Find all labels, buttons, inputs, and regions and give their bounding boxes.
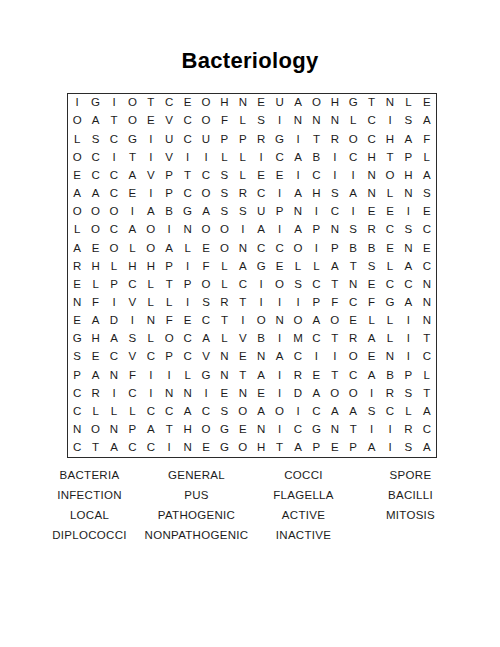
grid-cell: I <box>105 148 123 166</box>
grid-cell: A <box>289 185 307 203</box>
grid-cell: A <box>326 257 344 275</box>
grid-cell: N <box>105 366 123 384</box>
grid-cell: N <box>68 294 86 312</box>
grid-cell: P <box>160 348 178 366</box>
grid-cell: N <box>234 239 252 257</box>
grid-cell: A <box>197 330 215 348</box>
grid-cell: I <box>362 384 380 402</box>
grid-cell: I <box>178 148 196 166</box>
grid-cell: I <box>381 421 399 439</box>
grid-cell: I <box>270 112 288 130</box>
grid-cell: F <box>123 366 141 384</box>
grid-cell: N <box>178 221 196 239</box>
grid-cell: C <box>362 130 380 148</box>
grid-cell: L <box>215 257 233 275</box>
grid-cell: O <box>344 130 362 148</box>
grid-cell: N <box>362 185 380 203</box>
grid-cell: O <box>123 94 141 112</box>
grid-cell: I <box>252 275 270 293</box>
grid-cell: I <box>289 167 307 185</box>
grid-cell: O <box>86 221 104 239</box>
grid-cell: I <box>142 384 160 402</box>
grid-cell: R <box>68 257 86 275</box>
grid-cell: R <box>215 294 233 312</box>
grid-cell: C <box>418 257 436 275</box>
grid-cell: E <box>86 239 104 257</box>
grid-cell: L <box>142 275 160 293</box>
grid-cell: C <box>105 221 123 239</box>
grid-cell: C <box>178 330 196 348</box>
grid-cell: O <box>197 112 215 130</box>
grid-cell: N <box>399 185 417 203</box>
grid-cell: P <box>160 185 178 203</box>
grid-cell: C <box>289 348 307 366</box>
grid-cell: H <box>178 421 196 439</box>
grid-cell: G <box>307 421 325 439</box>
grid-cell: C <box>178 348 196 366</box>
grid-cell: T <box>307 130 325 148</box>
grid-cell: S <box>234 203 252 221</box>
grid-cell: O <box>86 421 104 439</box>
grid-cell: R <box>326 130 344 148</box>
grid-cell: P <box>160 257 178 275</box>
grid-cell: S <box>215 403 233 421</box>
grid-cell: L <box>215 275 233 293</box>
grid-cell: E <box>197 439 215 457</box>
grid-cell: D <box>289 384 307 402</box>
grid-cell: N <box>418 294 436 312</box>
grid-cell: N <box>252 348 270 366</box>
grid-cell: L <box>399 403 417 421</box>
grid-cell: C <box>307 167 325 185</box>
grid-cell: C <box>381 275 399 293</box>
grid-cell: C <box>418 348 436 366</box>
word-list-column: GENERALPUSPATHOGENICNONPATHOGENIC <box>143 465 250 545</box>
grid-cell: C <box>381 221 399 239</box>
grid-cell: O <box>307 94 325 112</box>
grid-cell: C <box>326 203 344 221</box>
grid-cell: P <box>68 366 86 384</box>
grid-cell: M <box>289 330 307 348</box>
grid-cell: C <box>123 384 141 402</box>
grid-cell: G <box>123 130 141 148</box>
grid-cell: G <box>344 94 362 112</box>
grid-cell: E <box>326 439 344 457</box>
grid-cell: L <box>234 167 252 185</box>
grid-cell: B <box>252 330 270 348</box>
grid-cell: L <box>418 148 436 166</box>
grid-cell: U <box>270 94 288 112</box>
grid-cell: L <box>86 275 104 293</box>
grid-cell: O <box>68 112 86 130</box>
grid-cell: T <box>344 421 362 439</box>
grid-cell: S <box>252 112 270 130</box>
grid-cell: P <box>326 239 344 257</box>
grid-cell: L <box>215 330 233 348</box>
grid-cell: L <box>418 366 436 384</box>
grid-cell: C <box>142 348 160 366</box>
grid-cell: C <box>252 239 270 257</box>
grid-cell: I <box>326 348 344 366</box>
grid-cell: L <box>381 312 399 330</box>
word-list-item: ACTIVE <box>250 505 357 525</box>
grid-cell: I <box>344 203 362 221</box>
grid-cell: C <box>86 167 104 185</box>
grid-cell: I <box>234 312 252 330</box>
grid-cell: I <box>105 94 123 112</box>
grid-cell: C <box>105 348 123 366</box>
grid-cell: A <box>123 221 141 239</box>
grid-cell: I <box>307 239 325 257</box>
grid-cell: I <box>142 185 160 203</box>
grid-cell: L <box>215 148 233 166</box>
grid-cell: N <box>142 312 160 330</box>
grid-cell: E <box>362 275 380 293</box>
grid-cell: L <box>289 257 307 275</box>
grid-cell: F <box>197 257 215 275</box>
grid-cell: N <box>381 94 399 112</box>
grid-cell: P <box>105 275 123 293</box>
grid-cell: T <box>86 439 104 457</box>
grid-cell: N <box>326 221 344 239</box>
grid-cell: I <box>270 294 288 312</box>
grid-cell: A <box>362 366 380 384</box>
grid-cell: S <box>418 185 436 203</box>
grid-cell: A <box>142 421 160 439</box>
grid-cell: C <box>307 403 325 421</box>
grid-cell: I <box>381 439 399 457</box>
grid-cell: A <box>68 185 86 203</box>
grid-cell: R <box>399 421 417 439</box>
grid-cell: I <box>399 312 417 330</box>
grid-cell: A <box>418 439 436 457</box>
grid-cell: V <box>123 294 141 312</box>
grid-cell: V <box>160 148 178 166</box>
grid-cell: O <box>234 403 252 421</box>
grid-cell: O <box>86 203 104 221</box>
grid-cell: A <box>86 366 104 384</box>
grid-cell: N <box>215 348 233 366</box>
grid-cell: L <box>142 330 160 348</box>
grid-cell: O <box>270 275 288 293</box>
grid-cell: O <box>197 275 215 293</box>
grid-cell: L <box>68 130 86 148</box>
grid-cell: B <box>381 366 399 384</box>
grid-cell: I <box>270 421 288 439</box>
grid-cell: B <box>160 203 178 221</box>
grid-cell: B <box>307 148 325 166</box>
grid-cell: N <box>105 421 123 439</box>
grid-cell: C <box>270 239 288 257</box>
grid-cell: N <box>344 275 362 293</box>
grid-cell: A <box>362 330 380 348</box>
grid-cell: E <box>418 94 436 112</box>
grid-cell: C <box>142 403 160 421</box>
grid-cell: C <box>105 167 123 185</box>
grid-cell: A <box>123 167 141 185</box>
grid-cell: E <box>234 421 252 439</box>
grid-cell: P <box>344 439 362 457</box>
grid-cell: P <box>178 275 196 293</box>
grid-cell: T <box>418 384 436 402</box>
grid-cell: I <box>160 439 178 457</box>
grid-cell: L <box>160 294 178 312</box>
grid-cell: N <box>289 203 307 221</box>
grid-cell: T <box>270 439 288 457</box>
grid-cell: E <box>418 239 436 257</box>
grid-cell: A <box>86 112 104 130</box>
grid-cell: H <box>86 257 104 275</box>
grid-cell: S <box>215 203 233 221</box>
grid-cell: I <box>197 148 215 166</box>
grid-cell: F <box>326 294 344 312</box>
grid-cell: A <box>197 203 215 221</box>
grid-cell: A <box>105 330 123 348</box>
grid-cell: E <box>362 348 380 366</box>
grid-cell: N <box>326 421 344 439</box>
word-list-item: INFECTION <box>36 485 143 505</box>
grid-cell: N <box>178 439 196 457</box>
grid-cell: V <box>234 330 252 348</box>
grid-cell: C <box>270 148 288 166</box>
grid-cell: I <box>252 294 270 312</box>
grid-cell: O <box>215 221 233 239</box>
grid-cell: A <box>270 348 288 366</box>
grid-cell: C <box>68 403 86 421</box>
grid-cell: N <box>289 112 307 130</box>
grid-cell: I <box>326 148 344 166</box>
grid-cell: I <box>105 384 123 402</box>
grid-cell: T <box>344 257 362 275</box>
grid-cell: N <box>418 275 436 293</box>
grid-cell: I <box>142 148 160 166</box>
grid-cell: L <box>178 366 196 384</box>
word-list-item: LOCAL <box>36 505 143 525</box>
grid-cell: A <box>418 167 436 185</box>
grid-cell: I <box>270 366 288 384</box>
grid-cell: P <box>307 439 325 457</box>
grid-cell: I <box>68 94 86 112</box>
grid-cell: C <box>160 94 178 112</box>
grid-cell: E <box>270 257 288 275</box>
grid-cell: S <box>399 221 417 239</box>
grid-cell: H <box>123 257 141 275</box>
word-list-item: BACTERIA <box>36 465 143 485</box>
grid-cell: E <box>252 384 270 402</box>
grid-cell: L <box>86 403 104 421</box>
grid-cell: A <box>289 94 307 112</box>
grid-cell: C <box>307 330 325 348</box>
grid-cell: P <box>123 421 141 439</box>
grid-cell: I <box>399 348 417 366</box>
grid-cell: S <box>344 221 362 239</box>
grid-cell: E <box>178 312 196 330</box>
grid-cell: H <box>142 257 160 275</box>
grid-cell: T <box>123 148 141 166</box>
grid-cell: C <box>68 439 86 457</box>
grid-cell: A <box>86 312 104 330</box>
grid-cell: I <box>197 384 215 402</box>
grid-cell: B <box>362 239 380 257</box>
grid-cell: T <box>326 330 344 348</box>
grid-cell: O <box>234 439 252 457</box>
grid-cell: O <box>68 148 86 166</box>
grid-cell: L <box>123 239 141 257</box>
grid-cell: C <box>123 275 141 293</box>
grid-cell: O <box>270 403 288 421</box>
grid-cell: F <box>362 294 380 312</box>
grid-cell: L <box>178 239 196 257</box>
grid-cell: L <box>399 94 417 112</box>
grid-cell: O <box>197 421 215 439</box>
word-list-column: BACTERIAINFECTIONLOCALDIPLOCOCCI <box>36 465 143 545</box>
grid-cell: O <box>197 94 215 112</box>
grid-cell: R <box>362 221 380 239</box>
grid-cell: H <box>326 94 344 112</box>
grid-cell: I <box>270 384 288 402</box>
grid-cell: C <box>418 421 436 439</box>
grid-cell: S <box>215 185 233 203</box>
grid-cell: G <box>197 366 215 384</box>
grid-cell: T <box>178 167 196 185</box>
grid-cell: O <box>289 239 307 257</box>
grid-cell: O <box>123 112 141 130</box>
grid-cell: I <box>142 130 160 148</box>
grid-cell: A <box>252 366 270 384</box>
grid-cell: L <box>105 257 123 275</box>
puzzle-title: Bacteriology <box>0 48 500 74</box>
grid-cell: E <box>362 203 380 221</box>
grid-cell: A <box>344 185 362 203</box>
grid-cell: E <box>344 312 362 330</box>
grid-cell: A <box>399 257 417 275</box>
grid-cell: T <box>234 294 252 312</box>
grid-cell: A <box>399 294 417 312</box>
grid-cell: F <box>160 312 178 330</box>
word-list-item: FLAGELLA <box>250 485 357 505</box>
grid-cell: P <box>307 221 325 239</box>
grid-cell: C <box>234 275 252 293</box>
grid-cell: E <box>68 167 86 185</box>
grid-cell: P <box>215 130 233 148</box>
grid-cell: N <box>215 366 233 384</box>
grid-cell: L <box>381 185 399 203</box>
grid-cell: T <box>215 312 233 330</box>
grid-cell: U <box>160 130 178 148</box>
grid-cell: H <box>86 330 104 348</box>
grid-cell: N <box>418 312 436 330</box>
grid-cell: I <box>142 366 160 384</box>
grid-cell: P <box>399 148 417 166</box>
grid-cell: A <box>289 148 307 166</box>
grid-cell: S <box>68 348 86 366</box>
grid-cell: C <box>105 185 123 203</box>
grid-cell: C <box>142 439 160 457</box>
grid-cell: S <box>123 330 141 348</box>
grid-cell: I <box>270 330 288 348</box>
grid-cell: A <box>160 239 178 257</box>
grid-cell: A <box>178 403 196 421</box>
grid-cell: R <box>86 384 104 402</box>
grid-cell: N <box>270 312 288 330</box>
grid-cell: N <box>307 112 325 130</box>
grid-cell: C <box>197 403 215 421</box>
grid-cell: E <box>381 203 399 221</box>
word-list-item: SPORE <box>357 465 464 485</box>
grid-cell: O <box>142 239 160 257</box>
grid-cell: T <box>160 275 178 293</box>
grid-cell: O <box>344 384 362 402</box>
grid-cell: E <box>252 94 270 112</box>
grid-cell: L <box>344 112 362 130</box>
grid-cell: A <box>142 203 160 221</box>
grid-cell: E <box>381 239 399 257</box>
word-search-grid: IGIOTCEOHNEUAOHGTNLEOATOEVCOFLSINNNLCISA… <box>67 93 437 458</box>
grid-cell: D <box>105 312 123 330</box>
grid-cell: F <box>215 112 233 130</box>
grid-cell: O <box>326 384 344 402</box>
grid-cell: I <box>270 221 288 239</box>
grid-cell: V <box>142 167 160 185</box>
word-list-item: PATHOGENIC <box>143 505 250 525</box>
grid-cell: A <box>252 403 270 421</box>
word-list-item: MITOSIS <box>357 505 464 525</box>
grid-cell: G <box>270 130 288 148</box>
grid-cell: O <box>105 203 123 221</box>
grid-cell: E <box>215 384 233 402</box>
grid-cell: A <box>105 439 123 457</box>
word-list-item: INACTIVE <box>250 525 357 545</box>
grid-cell: C <box>197 167 215 185</box>
grid-cell: C <box>418 221 436 239</box>
grid-cell: G <box>178 203 196 221</box>
grid-cell: O <box>215 239 233 257</box>
grid-cell: O <box>197 185 215 203</box>
grid-cell: N <box>399 239 417 257</box>
grid-cell: R <box>234 185 252 203</box>
grid-cell: N <box>68 421 86 439</box>
grid-cell: O <box>142 221 160 239</box>
grid-cell: E <box>307 366 325 384</box>
grid-cell: G <box>215 421 233 439</box>
grid-cell: F <box>86 294 104 312</box>
grid-cell: P <box>307 294 325 312</box>
grid-cell: C <box>344 148 362 166</box>
word-list-item: GENERAL <box>143 465 250 485</box>
grid-cell: T <box>326 366 344 384</box>
grid-cell: S <box>197 294 215 312</box>
grid-cell: O <box>289 312 307 330</box>
grid-cell: S <box>399 384 417 402</box>
grid-cell: E <box>142 112 160 130</box>
grid-cell: U <box>197 130 215 148</box>
grid-cell: I <box>270 185 288 203</box>
grid-cell: N <box>326 112 344 130</box>
grid-cell: T <box>105 112 123 130</box>
grid-cell: E <box>86 348 104 366</box>
grid-cell: C <box>399 275 417 293</box>
grid-cell: N <box>252 421 270 439</box>
word-list-item: COCCI <box>250 465 357 485</box>
grid-cell: O <box>160 330 178 348</box>
grid-cell: N <box>234 384 252 402</box>
grid-cell: C <box>289 421 307 439</box>
grid-cell: G <box>215 439 233 457</box>
grid-cell: C <box>307 275 325 293</box>
grid-cell: L <box>123 403 141 421</box>
grid-cell: C <box>362 112 380 130</box>
grid-cell: E <box>270 167 288 185</box>
